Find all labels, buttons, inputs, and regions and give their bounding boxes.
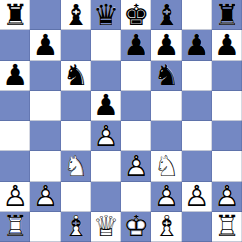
square-a8[interactable]: ♖♜ bbox=[0, 0, 30, 30]
square-d5[interactable]: ♙♟ bbox=[91, 91, 121, 121]
square-a6[interactable]: ♙♟ bbox=[0, 61, 30, 91]
piece-glyph: ♟ bbox=[182, 30, 212, 60]
square-c2[interactable] bbox=[61, 182, 91, 212]
square-f1[interactable]: ♝♗ bbox=[151, 212, 181, 242]
square-e8[interactable]: ♔♚ bbox=[121, 0, 151, 30]
square-c1[interactable]: ♝♗ bbox=[61, 212, 91, 242]
black-bishop[interactable]: ♗♝ bbox=[151, 0, 181, 30]
black-queen[interactable]: ♕♛ bbox=[91, 0, 121, 30]
piece-glyph: ♖ bbox=[0, 212, 30, 242]
piece-glyph: ♕ bbox=[91, 212, 121, 242]
square-c4[interactable] bbox=[61, 121, 91, 151]
square-a5[interactable] bbox=[0, 91, 30, 121]
square-e2[interactable] bbox=[121, 182, 151, 212]
white-pawn[interactable]: ♟♙ bbox=[121, 151, 151, 181]
piece-glyph: ♝ bbox=[151, 0, 181, 30]
white-pawn[interactable]: ♟♙ bbox=[91, 121, 121, 151]
square-f2[interactable]: ♟♙ bbox=[151, 182, 181, 212]
piece-glyph: ♚ bbox=[121, 0, 151, 30]
square-d2[interactable] bbox=[91, 182, 121, 212]
square-e1[interactable]: ♚♔ bbox=[121, 212, 151, 242]
piece-glyph: ♙ bbox=[121, 151, 151, 181]
piece-glyph: ♟ bbox=[151, 30, 181, 60]
square-c7[interactable] bbox=[61, 30, 91, 60]
square-d8[interactable]: ♕♛ bbox=[91, 0, 121, 30]
square-a1[interactable]: ♜♖ bbox=[0, 212, 30, 242]
square-h7[interactable]: ♙♟ bbox=[212, 30, 242, 60]
square-h6[interactable] bbox=[212, 61, 242, 91]
piece-glyph: ♙ bbox=[30, 182, 60, 212]
white-bishop[interactable]: ♝♗ bbox=[61, 212, 91, 242]
square-c5[interactable] bbox=[61, 91, 91, 121]
white-rook[interactable]: ♜♖ bbox=[212, 212, 242, 242]
piece-glyph: ♟ bbox=[121, 30, 151, 60]
square-h2[interactable]: ♟♙ bbox=[212, 182, 242, 212]
white-pawn[interactable]: ♟♙ bbox=[0, 182, 30, 212]
square-d1[interactable]: ♛♕ bbox=[91, 212, 121, 242]
square-g3[interactable] bbox=[182, 151, 212, 181]
piece-glyph: ♟ bbox=[0, 61, 30, 91]
square-a2[interactable]: ♟♙ bbox=[0, 182, 30, 212]
white-knight[interactable]: ♞♘ bbox=[151, 151, 181, 181]
square-g6[interactable] bbox=[182, 61, 212, 91]
piece-glyph: ♗ bbox=[61, 212, 91, 242]
piece-glyph: ♟ bbox=[91, 91, 121, 121]
piece-glyph: ♔ bbox=[121, 212, 151, 242]
piece-glyph: ♙ bbox=[0, 182, 30, 212]
black-pawn[interactable]: ♙♟ bbox=[212, 30, 242, 60]
white-bishop[interactable]: ♝♗ bbox=[151, 212, 181, 242]
piece-glyph: ♘ bbox=[61, 151, 91, 181]
square-g1[interactable] bbox=[182, 212, 212, 242]
piece-glyph: ♖ bbox=[212, 212, 242, 242]
square-g2[interactable]: ♟♙ bbox=[182, 182, 212, 212]
piece-glyph: ♙ bbox=[91, 121, 121, 151]
piece-glyph: ♞ bbox=[61, 61, 91, 91]
square-a7[interactable] bbox=[0, 30, 30, 60]
white-pawn[interactable]: ♟♙ bbox=[30, 182, 60, 212]
square-c3[interactable]: ♞♘ bbox=[61, 151, 91, 181]
square-a3[interactable] bbox=[0, 151, 30, 181]
black-knight[interactable]: ♘♞ bbox=[61, 61, 91, 91]
square-e5[interactable] bbox=[121, 91, 151, 121]
black-pawn[interactable]: ♙♟ bbox=[121, 30, 151, 60]
black-rook[interactable]: ♖♜ bbox=[0, 0, 30, 30]
square-d4[interactable]: ♟♙ bbox=[91, 121, 121, 151]
black-pawn[interactable]: ♙♟ bbox=[182, 30, 212, 60]
square-h5[interactable] bbox=[212, 91, 242, 121]
square-e4[interactable] bbox=[121, 121, 151, 151]
piece-glyph: ♙ bbox=[151, 182, 181, 212]
black-pawn[interactable]: ♙♟ bbox=[151, 30, 181, 60]
piece-glyph: ♙ bbox=[182, 182, 212, 212]
square-b2[interactable]: ♟♙ bbox=[30, 182, 60, 212]
square-f8[interactable]: ♗♝ bbox=[151, 0, 181, 30]
square-c6[interactable]: ♘♞ bbox=[61, 61, 91, 91]
black-king[interactable]: ♔♚ bbox=[121, 0, 151, 30]
white-king[interactable]: ♚♔ bbox=[121, 212, 151, 242]
square-h8[interactable]: ♖♜ bbox=[212, 0, 242, 30]
square-d3[interactable] bbox=[91, 151, 121, 181]
square-g4[interactable] bbox=[182, 121, 212, 151]
square-d7[interactable] bbox=[91, 30, 121, 60]
square-b6[interactable] bbox=[30, 61, 60, 91]
white-queen[interactable]: ♛♕ bbox=[91, 212, 121, 242]
square-e6[interactable] bbox=[121, 61, 151, 91]
piece-glyph: ♛ bbox=[91, 0, 121, 30]
piece-glyph: ♘ bbox=[151, 151, 181, 181]
square-g5[interactable] bbox=[182, 91, 212, 121]
square-f6[interactable]: ♘♞ bbox=[151, 61, 181, 91]
piece-glyph: ♟ bbox=[212, 30, 242, 60]
square-a4[interactable] bbox=[0, 121, 30, 151]
piece-glyph: ♞ bbox=[151, 61, 181, 91]
piece-glyph: ♜ bbox=[0, 0, 30, 30]
piece-glyph: ♟ bbox=[30, 30, 60, 60]
square-b3[interactable] bbox=[30, 151, 60, 181]
square-g7[interactable]: ♙♟ bbox=[182, 30, 212, 60]
square-h1[interactable]: ♜♖ bbox=[212, 212, 242, 242]
piece-glyph: ♙ bbox=[212, 182, 242, 212]
square-h3[interactable] bbox=[212, 151, 242, 181]
square-b8[interactable] bbox=[30, 0, 60, 30]
black-pawn[interactable]: ♙♟ bbox=[0, 61, 30, 91]
square-c8[interactable]: ♗♝ bbox=[61, 0, 91, 30]
white-pawn[interactable]: ♟♙ bbox=[182, 182, 212, 212]
square-e3[interactable]: ♟♙ bbox=[121, 151, 151, 181]
square-h4[interactable] bbox=[212, 121, 242, 151]
black-knight[interactable]: ♘♞ bbox=[151, 61, 181, 91]
white-pawn[interactable]: ♟♙ bbox=[151, 182, 181, 212]
white-pawn[interactable]: ♟♙ bbox=[212, 182, 242, 212]
black-bishop[interactable]: ♗♝ bbox=[61, 0, 91, 30]
black-rook[interactable]: ♖♜ bbox=[212, 0, 242, 30]
piece-glyph: ♝ bbox=[61, 0, 91, 30]
piece-glyph: ♗ bbox=[151, 212, 181, 242]
square-b4[interactable] bbox=[30, 121, 60, 151]
square-e7[interactable]: ♙♟ bbox=[121, 30, 151, 60]
square-f5[interactable] bbox=[151, 91, 181, 121]
square-f4[interactable] bbox=[151, 121, 181, 151]
square-b1[interactable] bbox=[30, 212, 60, 242]
square-b5[interactable] bbox=[30, 91, 60, 121]
piece-glyph: ♜ bbox=[212, 0, 242, 30]
black-pawn[interactable]: ♙♟ bbox=[91, 91, 121, 121]
square-g8[interactable] bbox=[182, 0, 212, 30]
white-knight[interactable]: ♞♘ bbox=[61, 151, 91, 181]
square-f3[interactable]: ♞♘ bbox=[151, 151, 181, 181]
white-rook[interactable]: ♜♖ bbox=[0, 212, 30, 242]
square-f7[interactable]: ♙♟ bbox=[151, 30, 181, 60]
square-d6[interactable] bbox=[91, 61, 121, 91]
square-b7[interactable]: ♙♟ bbox=[30, 30, 60, 60]
black-pawn[interactable]: ♙♟ bbox=[30, 30, 60, 60]
chess-board: ♖♜♗♝♕♛♔♚♗♝♖♜♙♟♙♟♙♟♙♟♙♟♙♟♘♞♘♞♙♟♟♙♞♘♟♙♞♘♟♙… bbox=[0, 0, 242, 242]
